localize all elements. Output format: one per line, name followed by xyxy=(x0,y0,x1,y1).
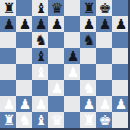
square-c7[interactable]: ♟ xyxy=(32,16,48,32)
piece-black-pawn: ♟ xyxy=(83,17,96,31)
square-b3[interactable] xyxy=(16,80,32,96)
square-c5[interactable]: ♝ xyxy=(32,48,48,64)
square-f8[interactable]: ♜ xyxy=(80,0,96,16)
square-e2[interactable] xyxy=(64,96,80,112)
square-a4[interactable] xyxy=(0,64,16,80)
piece-white-pawn: ♟ xyxy=(99,97,112,111)
square-c2[interactable]: ♟ xyxy=(32,96,48,112)
square-a2[interactable]: ♟ xyxy=(0,96,16,112)
square-h2[interactable]: ♟ xyxy=(112,96,128,112)
piece-black-knight: ♞ xyxy=(35,33,48,47)
piece-black-rook: ♜ xyxy=(83,1,96,15)
square-f7[interactable]: ♟ xyxy=(80,16,96,32)
square-b8[interactable] xyxy=(16,0,32,16)
square-e1[interactable] xyxy=(64,112,80,128)
square-h3[interactable] xyxy=(112,80,128,96)
square-g6[interactable] xyxy=(96,32,112,48)
square-b6[interactable] xyxy=(16,32,32,48)
square-a3[interactable] xyxy=(0,80,16,96)
square-h6[interactable] xyxy=(112,32,128,48)
square-b5[interactable] xyxy=(16,48,32,64)
square-a6[interactable] xyxy=(0,32,16,48)
square-g1[interactable]: ♚ xyxy=(96,112,112,128)
square-d5[interactable] xyxy=(48,48,64,64)
square-f4[interactable] xyxy=(80,64,96,80)
piece-white-pawn: ♟ xyxy=(115,97,128,111)
piece-black-bishop: ♝ xyxy=(35,49,48,63)
piece-black-pawn: ♟ xyxy=(35,17,48,31)
piece-black-rook: ♜ xyxy=(3,1,16,15)
piece-black-queen: ♛ xyxy=(51,1,64,15)
square-h5[interactable] xyxy=(112,48,128,64)
square-f6[interactable]: ♞ xyxy=(80,32,96,48)
square-g7[interactable]: ♟ xyxy=(96,16,112,32)
square-f2[interactable]: ♟ xyxy=(80,96,96,112)
square-d8[interactable]: ♛ xyxy=(48,0,64,16)
square-e5[interactable]: ♟ xyxy=(64,48,80,64)
piece-white-knight: ♞ xyxy=(83,81,96,95)
square-h4[interactable] xyxy=(112,64,128,80)
square-b4[interactable] xyxy=(16,64,32,80)
piece-black-pawn: ♟ xyxy=(67,49,80,63)
square-a5[interactable] xyxy=(0,48,16,64)
square-a1[interactable]: ♜ xyxy=(0,112,16,128)
square-c3[interactable] xyxy=(32,80,48,96)
piece-black-pawn: ♟ xyxy=(115,17,128,31)
piece-white-rook: ♜ xyxy=(83,113,96,127)
square-b2[interactable]: ♟ xyxy=(16,96,32,112)
square-c6[interactable]: ♞ xyxy=(32,32,48,48)
square-b7[interactable]: ♟ xyxy=(16,16,32,32)
piece-white-pawn: ♟ xyxy=(51,81,64,95)
piece-black-knight: ♞ xyxy=(83,33,96,47)
square-b1[interactable]: ♞ xyxy=(16,112,32,128)
square-g4[interactable] xyxy=(96,64,112,80)
square-h1[interactable] xyxy=(112,112,128,128)
piece-white-king: ♚ xyxy=(99,113,112,127)
piece-white-rook: ♜ xyxy=(3,113,16,127)
square-h7[interactable]: ♟ xyxy=(112,16,128,32)
piece-black-pawn: ♟ xyxy=(3,17,16,31)
piece-white-pawn: ♟ xyxy=(3,97,16,111)
square-e8[interactable] xyxy=(64,0,80,16)
square-d4[interactable] xyxy=(48,64,64,80)
square-a8[interactable]: ♜ xyxy=(0,0,16,16)
piece-white-queen: ♛ xyxy=(51,113,64,127)
piece-white-bishop: ♝ xyxy=(35,65,48,79)
square-d6[interactable] xyxy=(48,32,64,48)
piece-black-pawn: ♟ xyxy=(99,17,112,31)
chess-board-container: ♜♝♛♜♚♟♟♟♟♟♟♟♞♞♝♟♝♟♟♞♟♟♟♟♟♟♜♞♝♛♜♚ xyxy=(0,0,130,130)
square-c1[interactable]: ♝ xyxy=(32,112,48,128)
piece-black-king: ♚ xyxy=(99,1,112,15)
square-d7[interactable]: ♟ xyxy=(48,16,64,32)
square-g8[interactable]: ♚ xyxy=(96,0,112,16)
square-d1[interactable]: ♛ xyxy=(48,112,64,128)
square-g2[interactable]: ♟ xyxy=(96,96,112,112)
chess-board: ♜♝♛♜♚♟♟♟♟♟♟♟♞♞♝♟♝♟♟♞♟♟♟♟♟♟♜♞♝♛♜♚ xyxy=(0,0,130,130)
square-e7[interactable] xyxy=(64,16,80,32)
piece-white-knight: ♞ xyxy=(19,113,32,127)
piece-white-pawn: ♟ xyxy=(67,65,80,79)
square-c8[interactable]: ♝ xyxy=(32,0,48,16)
square-c4[interactable]: ♝ xyxy=(32,64,48,80)
square-f3[interactable]: ♞ xyxy=(80,80,96,96)
square-d3[interactable]: ♟ xyxy=(48,80,64,96)
piece-white-bishop: ♝ xyxy=(35,113,48,127)
square-f1[interactable]: ♜ xyxy=(80,112,96,128)
square-e3[interactable] xyxy=(64,80,80,96)
square-a7[interactable]: ♟ xyxy=(0,16,16,32)
piece-black-bishop: ♝ xyxy=(35,1,48,15)
square-h8[interactable] xyxy=(112,0,128,16)
piece-white-pawn: ♟ xyxy=(19,97,32,111)
square-f5[interactable] xyxy=(80,48,96,64)
square-e6[interactable] xyxy=(64,32,80,48)
piece-black-pawn: ♟ xyxy=(51,17,64,31)
square-e4[interactable]: ♟ xyxy=(64,64,80,80)
square-d2[interactable] xyxy=(48,96,64,112)
square-g3[interactable] xyxy=(96,80,112,96)
piece-white-pawn: ♟ xyxy=(83,97,96,111)
piece-white-pawn: ♟ xyxy=(35,97,48,111)
square-g5[interactable] xyxy=(96,48,112,64)
piece-black-pawn: ♟ xyxy=(19,17,32,31)
